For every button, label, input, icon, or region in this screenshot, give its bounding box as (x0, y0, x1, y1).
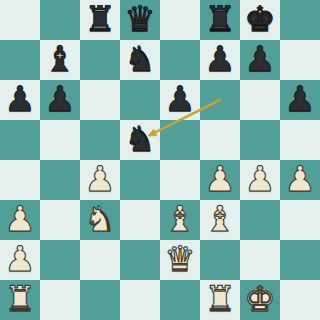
piece-white-pawn[interactable]: ♟ (244, 159, 275, 199)
square-e1[interactable] (160, 280, 200, 320)
square-b5[interactable] (40, 120, 80, 160)
piece-white-pawn[interactable]: ♟ (284, 159, 315, 199)
square-c3[interactable]: ♞ (80, 200, 120, 240)
square-g3[interactable] (240, 200, 280, 240)
square-a3[interactable]: ♟ (0, 200, 40, 240)
square-g5[interactable] (240, 120, 280, 160)
square-e4[interactable] (160, 160, 200, 200)
square-a5[interactable] (0, 120, 40, 160)
square-g1[interactable]: ♚ (240, 280, 280, 320)
square-d7[interactable]: ♞ (120, 40, 160, 80)
square-b3[interactable] (40, 200, 80, 240)
square-f1[interactable]: ♜ (200, 280, 240, 320)
square-e5[interactable] (160, 120, 200, 160)
square-h3[interactable] (280, 200, 320, 240)
chess-board: ♜♛♜♚♝♞♟♟♟♟♟♟♞♟♟♟♟♟♞♝♝♟♛♜♜♚ (0, 0, 320, 320)
square-h7[interactable] (280, 40, 320, 80)
square-f8[interactable]: ♜ (200, 0, 240, 40)
piece-black-pawn[interactable]: ♟ (204, 39, 235, 79)
piece-black-rook[interactable]: ♜ (204, 0, 235, 39)
piece-black-king[interactable]: ♚ (244, 0, 275, 39)
square-c2[interactable] (80, 240, 120, 280)
square-a4[interactable] (0, 160, 40, 200)
square-a1[interactable]: ♜ (0, 280, 40, 320)
square-g7[interactable]: ♟ (240, 40, 280, 80)
piece-black-pawn[interactable]: ♟ (44, 79, 75, 119)
piece-black-queen[interactable]: ♛ (124, 0, 155, 39)
piece-black-rook[interactable]: ♜ (84, 0, 115, 39)
square-c8[interactable]: ♜ (80, 0, 120, 40)
square-h2[interactable] (280, 240, 320, 280)
square-h8[interactable] (280, 0, 320, 40)
square-b2[interactable] (40, 240, 80, 280)
piece-black-bishop[interactable]: ♝ (44, 39, 75, 79)
square-h6[interactable]: ♟ (280, 80, 320, 120)
square-c6[interactable] (80, 80, 120, 120)
square-d1[interactable] (120, 280, 160, 320)
square-d4[interactable] (120, 160, 160, 200)
square-b6[interactable]: ♟ (40, 80, 80, 120)
square-b1[interactable] (40, 280, 80, 320)
square-f3[interactable]: ♝ (200, 200, 240, 240)
square-a2[interactable]: ♟ (0, 240, 40, 280)
square-f4[interactable]: ♟ (200, 160, 240, 200)
square-h1[interactable] (280, 280, 320, 320)
piece-white-bishop[interactable]: ♝ (164, 199, 195, 239)
square-f5[interactable] (200, 120, 240, 160)
piece-black-pawn[interactable]: ♟ (4, 79, 35, 119)
piece-white-king[interactable]: ♚ (244, 279, 275, 319)
square-d8[interactable]: ♛ (120, 0, 160, 40)
square-f6[interactable] (200, 80, 240, 120)
square-g2[interactable] (240, 240, 280, 280)
piece-white-pawn[interactable]: ♟ (204, 159, 235, 199)
square-f2[interactable] (200, 240, 240, 280)
piece-white-bishop[interactable]: ♝ (204, 199, 235, 239)
square-b8[interactable] (40, 0, 80, 40)
square-h4[interactable]: ♟ (280, 160, 320, 200)
piece-black-knight[interactable]: ♞ (124, 119, 155, 159)
square-c5[interactable] (80, 120, 120, 160)
piece-white-queen[interactable]: ♛ (164, 239, 195, 279)
square-g6[interactable] (240, 80, 280, 120)
piece-black-knight[interactable]: ♞ (124, 39, 155, 79)
square-c1[interactable] (80, 280, 120, 320)
square-c4[interactable]: ♟ (80, 160, 120, 200)
square-f7[interactable]: ♟ (200, 40, 240, 80)
piece-black-pawn[interactable]: ♟ (244, 39, 275, 79)
piece-white-knight[interactable]: ♞ (84, 199, 115, 239)
square-e2[interactable]: ♛ (160, 240, 200, 280)
piece-white-rook[interactable]: ♜ (204, 279, 235, 319)
square-g8[interactable]: ♚ (240, 0, 280, 40)
square-d3[interactable] (120, 200, 160, 240)
piece-black-pawn[interactable]: ♟ (284, 79, 315, 119)
piece-white-pawn[interactable]: ♟ (84, 159, 115, 199)
piece-white-pawn[interactable]: ♟ (4, 239, 35, 279)
square-e7[interactable] (160, 40, 200, 80)
square-e3[interactable]: ♝ (160, 200, 200, 240)
square-d6[interactable] (120, 80, 160, 120)
square-a8[interactable] (0, 0, 40, 40)
piece-white-rook[interactable]: ♜ (4, 279, 35, 319)
square-a7[interactable] (0, 40, 40, 80)
square-b7[interactable]: ♝ (40, 40, 80, 80)
square-d2[interactable] (120, 240, 160, 280)
piece-white-pawn[interactable]: ♟ (4, 199, 35, 239)
chess-board-container: ♜♛♜♚♝♞♟♟♟♟♟♟♞♟♟♟♟♟♞♝♝♟♛♜♜♚ (0, 0, 320, 320)
square-h5[interactable] (280, 120, 320, 160)
square-e6[interactable]: ♟ (160, 80, 200, 120)
piece-black-pawn[interactable]: ♟ (164, 79, 195, 119)
square-d5[interactable]: ♞ (120, 120, 160, 160)
square-g4[interactable]: ♟ (240, 160, 280, 200)
square-e8[interactable] (160, 0, 200, 40)
square-a6[interactable]: ♟ (0, 80, 40, 120)
square-c7[interactable] (80, 40, 120, 80)
square-b4[interactable] (40, 160, 80, 200)
